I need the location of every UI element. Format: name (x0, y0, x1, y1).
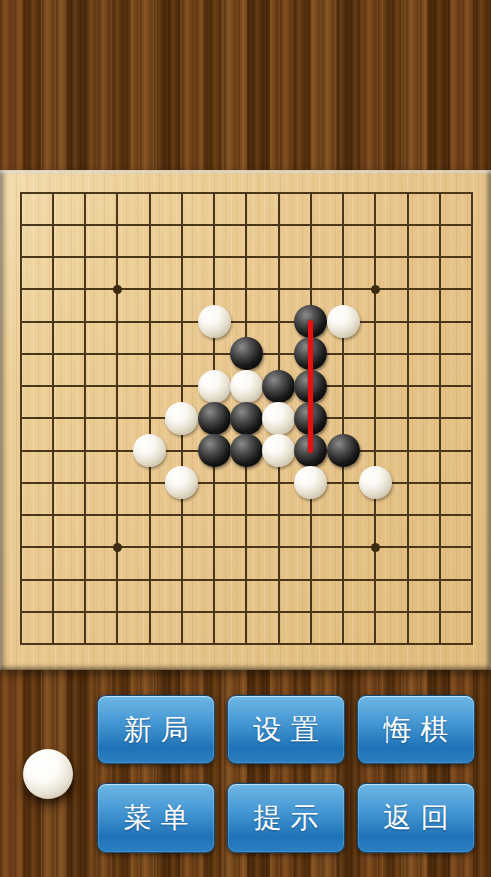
white-stone (165, 466, 198, 499)
game-screen: 新局 设置 悔棋 菜单 提示 返回 (0, 0, 491, 877)
star-point (371, 285, 380, 294)
white-stone (327, 305, 360, 338)
grid-line (439, 192, 441, 646)
grid-line (20, 482, 474, 484)
white-stone (294, 466, 327, 499)
star-point (113, 543, 122, 552)
black-stone (230, 337, 263, 370)
white-stone (230, 370, 263, 403)
white-stone (359, 466, 392, 499)
win-line (308, 320, 313, 453)
black-stone (262, 370, 295, 403)
grid-line (20, 611, 474, 613)
grid-line (20, 546, 474, 548)
white-stone (198, 305, 231, 338)
grid-line (20, 514, 474, 516)
grid-line (374, 192, 376, 646)
grid-line (342, 192, 344, 646)
black-stone (327, 434, 360, 467)
black-stone (198, 434, 231, 467)
grid-line (20, 643, 474, 645)
hint-button[interactable]: 提示 (227, 783, 345, 853)
black-stone (230, 434, 263, 467)
new-game-button[interactable]: 新局 (97, 695, 215, 764)
button-panel: 新局 设置 悔棋 菜单 提示 返回 (97, 695, 475, 853)
black-stone (230, 402, 263, 435)
white-stone (262, 434, 295, 467)
white-stone (165, 402, 198, 435)
grid-line (407, 192, 409, 646)
black-stone (198, 402, 231, 435)
settings-button[interactable]: 设置 (227, 695, 345, 764)
back-button[interactable]: 返回 (357, 783, 475, 853)
gomoku-board[interactable] (0, 170, 491, 670)
menu-button[interactable]: 菜单 (97, 783, 215, 853)
white-stone (133, 434, 166, 467)
star-point (371, 543, 380, 552)
turn-indicator-white-stone (23, 749, 73, 799)
star-point (113, 285, 122, 294)
grid-line (471, 192, 473, 646)
white-stone (262, 402, 295, 435)
undo-button[interactable]: 悔棋 (357, 695, 475, 764)
grid-line (20, 579, 474, 581)
white-stone (198, 370, 231, 403)
